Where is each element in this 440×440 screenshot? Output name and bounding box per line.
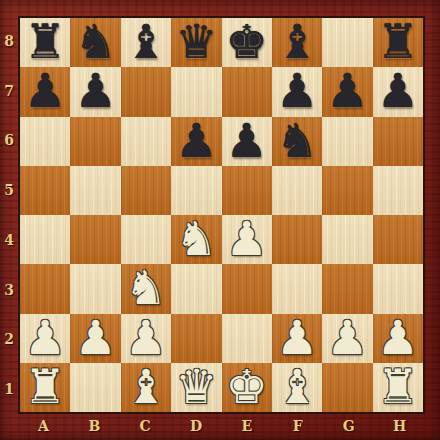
piece-black-pawn[interactable]: ♟ — [175, 117, 217, 164]
square-b4[interactable] — [70, 215, 120, 264]
square-c4[interactable] — [121, 215, 171, 264]
piece-black-king[interactable]: ♚ — [226, 18, 268, 65]
square-b6[interactable] — [70, 117, 120, 166]
file-label-b: B — [69, 418, 120, 434]
square-a2[interactable]: ♟ — [20, 314, 70, 363]
square-c1[interactable]: ♝ — [121, 363, 171, 412]
piece-black-bishop[interactable]: ♝ — [125, 18, 167, 65]
square-f4[interactable] — [272, 215, 322, 264]
square-h6[interactable] — [373, 117, 423, 166]
piece-black-pawn[interactable]: ♟ — [226, 117, 268, 164]
square-a4[interactable] — [20, 215, 70, 264]
piece-white-pawn[interactable]: ♟ — [326, 314, 368, 361]
square-h5[interactable] — [373, 166, 423, 215]
piece-black-pawn[interactable]: ♟ — [24, 67, 66, 114]
square-b2[interactable]: ♟ — [70, 314, 120, 363]
piece-white-pawn[interactable]: ♟ — [377, 314, 419, 361]
square-g8[interactable] — [322, 18, 372, 67]
board: ♜♞♝♛♚♝♜♟♟♟♟♟♟♟♞♞♟♞♟♟♟♟♟♟♜♝♛♚♝♜ — [18, 16, 425, 414]
square-f5[interactable] — [272, 166, 322, 215]
chessboard-frame: 8 7 6 5 4 3 2 1 ♜♞♝♛♚♝♜♟♟♟♟♟♟♟♞♞♟♞♟♟♟♟♟♟… — [0, 0, 440, 440]
square-d4[interactable]: ♞ — [171, 215, 221, 264]
square-b5[interactable] — [70, 166, 120, 215]
rank-label-4: 4 — [0, 215, 18, 265]
square-b1[interactable] — [70, 363, 120, 412]
file-label-a: A — [18, 418, 69, 434]
square-e1[interactable]: ♚ — [222, 363, 272, 412]
square-d8[interactable]: ♛ — [171, 18, 221, 67]
piece-black-bishop[interactable]: ♝ — [276, 18, 318, 65]
rank-label-8: 8 — [0, 16, 18, 66]
square-c6[interactable] — [121, 117, 171, 166]
square-e2[interactable] — [222, 314, 272, 363]
square-c8[interactable]: ♝ — [121, 18, 171, 67]
square-b3[interactable] — [70, 264, 120, 313]
piece-black-pawn[interactable]: ♟ — [326, 67, 368, 114]
square-c2[interactable]: ♟ — [121, 314, 171, 363]
square-c5[interactable] — [121, 166, 171, 215]
square-a1[interactable]: ♜ — [20, 363, 70, 412]
square-d2[interactable] — [171, 314, 221, 363]
square-g7[interactable]: ♟ — [322, 67, 372, 116]
piece-white-pawn[interactable]: ♟ — [74, 314, 116, 361]
square-b7[interactable]: ♟ — [70, 67, 120, 116]
square-f3[interactable] — [272, 264, 322, 313]
square-d1[interactable]: ♛ — [171, 363, 221, 412]
square-h1[interactable]: ♜ — [373, 363, 423, 412]
piece-black-pawn[interactable]: ♟ — [377, 67, 419, 114]
square-d7[interactable] — [171, 67, 221, 116]
square-e3[interactable] — [222, 264, 272, 313]
square-e5[interactable] — [222, 166, 272, 215]
file-label-d: D — [171, 418, 222, 434]
square-g4[interactable] — [322, 215, 372, 264]
square-f6[interactable]: ♞ — [272, 117, 322, 166]
rank-label-1: 1 — [0, 364, 18, 414]
piece-black-pawn[interactable]: ♟ — [74, 67, 116, 114]
square-g1[interactable] — [322, 363, 372, 412]
square-a7[interactable]: ♟ — [20, 67, 70, 116]
piece-white-king[interactable]: ♚ — [226, 363, 268, 410]
piece-white-queen[interactable]: ♛ — [175, 363, 217, 410]
square-e8[interactable]: ♚ — [222, 18, 272, 67]
piece-white-rook[interactable]: ♜ — [24, 363, 66, 410]
square-a5[interactable] — [20, 166, 70, 215]
square-d3[interactable] — [171, 264, 221, 313]
rank-labels: 8 7 6 5 4 3 2 1 — [0, 16, 18, 414]
square-f8[interactable]: ♝ — [272, 18, 322, 67]
file-label-h: H — [374, 418, 425, 434]
piece-white-knight[interactable]: ♞ — [125, 264, 167, 311]
piece-black-queen[interactable]: ♛ — [175, 18, 217, 65]
square-e6[interactable]: ♟ — [222, 117, 272, 166]
square-h7[interactable]: ♟ — [373, 67, 423, 116]
file-label-g: G — [323, 418, 374, 434]
piece-white-knight[interactable]: ♞ — [175, 215, 217, 262]
file-label-f: F — [272, 418, 323, 434]
file-labels: A B C D E F G H — [18, 414, 425, 438]
square-f2[interactable]: ♟ — [272, 314, 322, 363]
square-a3[interactable] — [20, 264, 70, 313]
square-g6[interactable] — [322, 117, 372, 166]
square-f1[interactable]: ♝ — [272, 363, 322, 412]
square-e7[interactable] — [222, 67, 272, 116]
square-f7[interactable]: ♟ — [272, 67, 322, 116]
piece-white-rook[interactable]: ♜ — [377, 363, 419, 410]
square-c3[interactable]: ♞ — [121, 264, 171, 313]
square-g5[interactable] — [322, 166, 372, 215]
rank-label-7: 7 — [0, 66, 18, 116]
square-h3[interactable] — [373, 264, 423, 313]
file-label-c: C — [120, 418, 171, 434]
piece-white-pawn[interactable]: ♟ — [276, 314, 318, 361]
rank-label-5: 5 — [0, 165, 18, 215]
piece-black-rook[interactable]: ♜ — [377, 18, 419, 65]
square-a6[interactable] — [20, 117, 70, 166]
piece-black-rook[interactable]: ♜ — [24, 18, 66, 65]
square-b8[interactable]: ♞ — [70, 18, 120, 67]
square-g3[interactable] — [322, 264, 372, 313]
piece-white-bishop[interactable]: ♝ — [125, 363, 167, 410]
rank-label-2: 2 — [0, 315, 18, 365]
square-c7[interactable] — [121, 67, 171, 116]
piece-white-pawn[interactable]: ♟ — [226, 215, 268, 262]
rank-label-3: 3 — [0, 265, 18, 315]
piece-white-bishop[interactable]: ♝ — [276, 363, 318, 410]
piece-white-pawn[interactable]: ♟ — [24, 314, 66, 361]
square-e4[interactable]: ♟ — [222, 215, 272, 264]
square-h8[interactable]: ♜ — [373, 18, 423, 67]
square-a8[interactable]: ♜ — [20, 18, 70, 67]
rank-label-6: 6 — [0, 116, 18, 166]
piece-black-pawn[interactable]: ♟ — [276, 67, 318, 114]
square-d5[interactable] — [171, 166, 221, 215]
piece-white-pawn[interactable]: ♟ — [125, 314, 167, 361]
file-label-e: E — [222, 418, 273, 434]
square-h2[interactable]: ♟ — [373, 314, 423, 363]
piece-black-knight[interactable]: ♞ — [74, 18, 116, 65]
square-g2[interactable]: ♟ — [322, 314, 372, 363]
square-d6[interactable]: ♟ — [171, 117, 221, 166]
piece-black-knight[interactable]: ♞ — [276, 117, 318, 164]
square-h4[interactable] — [373, 215, 423, 264]
